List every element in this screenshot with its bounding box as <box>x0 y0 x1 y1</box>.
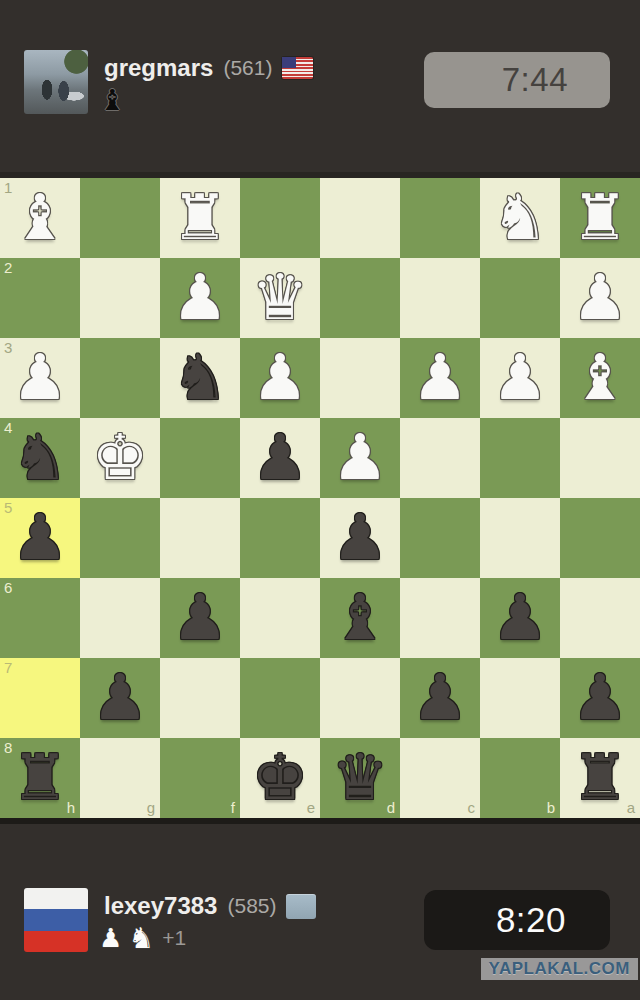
chess-board[interactable]: 1♝♜♞♜2♟♛♟3♟♞♟♟♟♝4♞♚♟♟5♟♟6♟♝♟7♟♟♟8h♜gfe♚d… <box>0 178 640 818</box>
square-a8[interactable]: a♜ <box>560 738 640 818</box>
square-h4[interactable]: 4♞ <box>0 418 80 498</box>
us-flag-icon <box>282 57 313 79</box>
captured-white-knight-icon: ♞ <box>128 924 154 953</box>
square-a5[interactable] <box>560 498 640 578</box>
square-h2[interactable]: 2 <box>0 258 80 338</box>
square-h3[interactable]: 3♟ <box>0 338 80 418</box>
square-d2[interactable] <box>320 258 400 338</box>
black-queen-d8[interactable]: ♛ <box>320 738 400 818</box>
square-e7[interactable] <box>240 658 320 738</box>
bottom-captured-pieces: ♟♞+1 <box>99 922 186 954</box>
square-d4[interactable]: ♟ <box>320 418 400 498</box>
rank-label-6: 6 <box>4 580 12 597</box>
black-bishop-d6[interactable]: ♝ <box>320 578 400 658</box>
square-c6[interactable] <box>400 578 480 658</box>
board-bottom-edge <box>0 818 640 824</box>
bottom-player-rating: (585) <box>227 894 276 918</box>
white-rook-a1[interactable]: ♜ <box>560 178 640 258</box>
square-c2[interactable] <box>400 258 480 338</box>
rank-label-2: 2 <box>4 260 12 277</box>
square-g2[interactable] <box>80 258 160 338</box>
square-b3[interactable]: ♟ <box>480 338 560 418</box>
square-b6[interactable]: ♟ <box>480 578 560 658</box>
square-f3[interactable]: ♞ <box>160 338 240 418</box>
black-pawn-g7[interactable]: ♟ <box>80 658 160 738</box>
square-h5[interactable]: 5♟ <box>0 498 80 578</box>
top-captured-pieces: ♝ <box>99 84 125 116</box>
bottom-player-name-row: lexey7383 (585) <box>104 892 316 920</box>
white-pawn-h3[interactable]: ♟ <box>0 338 80 418</box>
square-e5[interactable] <box>240 498 320 578</box>
white-king-g4[interactable]: ♚ <box>80 418 160 498</box>
square-f4[interactable] <box>160 418 240 498</box>
top-player-name-row: gregmars (561) <box>104 54 313 82</box>
black-rook-a8[interactable]: ♜ <box>560 738 640 818</box>
square-a4[interactable] <box>560 418 640 498</box>
white-pawn-f2[interactable]: ♟ <box>160 258 240 338</box>
black-knight-f3[interactable]: ♞ <box>160 338 240 418</box>
avatar-photo <box>24 50 88 114</box>
white-queen-e2[interactable]: ♛ <box>240 258 320 338</box>
square-e4[interactable]: ♟ <box>240 418 320 498</box>
bottom-player-username[interactable]: lexey7383 <box>104 892 217 920</box>
white-rook-f1[interactable]: ♜ <box>160 178 240 258</box>
square-g7[interactable]: ♟ <box>80 658 160 738</box>
square-f5[interactable] <box>160 498 240 578</box>
white-pawn-b3[interactable]: ♟ <box>480 338 560 418</box>
white-pawn-e3[interactable]: ♟ <box>240 338 320 418</box>
square-a6[interactable] <box>560 578 640 658</box>
white-pawn-d4[interactable]: ♟ <box>320 418 400 498</box>
black-pawn-b6[interactable]: ♟ <box>480 578 560 658</box>
file-label-f: f <box>231 800 235 817</box>
black-pawn-e4[interactable]: ♟ <box>240 418 320 498</box>
top-player-avatar[interactable] <box>24 50 88 114</box>
black-king-e8[interactable]: ♚ <box>240 738 320 818</box>
file-label-b: b <box>547 800 555 817</box>
top-player-block: gregmars (561) ♝ 7:44 <box>0 50 640 120</box>
square-f8[interactable]: f <box>160 738 240 818</box>
square-h7[interactable]: 7 <box>0 658 80 738</box>
square-h6[interactable]: 6 <box>0 578 80 658</box>
square-a3[interactable]: ♝ <box>560 338 640 418</box>
bottom-player-clock: 8:20 <box>424 890 610 950</box>
square-c7[interactable]: ♟ <box>400 658 480 738</box>
square-d6[interactable]: ♝ <box>320 578 400 658</box>
captured-white-pawn-icon: ♟ <box>99 925 122 951</box>
captured-black-bishop-icon: ♝ <box>99 86 125 115</box>
bottom-player-avatar[interactable] <box>24 888 88 952</box>
square-g1[interactable] <box>80 178 160 258</box>
rank-label-7: 7 <box>4 660 12 677</box>
square-f7[interactable] <box>160 658 240 738</box>
file-label-c: c <box>468 800 476 817</box>
white-knight-b1[interactable]: ♞ <box>480 178 560 258</box>
square-d7[interactable] <box>320 658 400 738</box>
black-pawn-h5[interactable]: ♟ <box>0 498 80 578</box>
watermark: YAPLAKAL.COM <box>481 958 638 980</box>
square-h8[interactable]: 8h♜ <box>0 738 80 818</box>
square-e6[interactable] <box>240 578 320 658</box>
square-e2[interactable]: ♛ <box>240 258 320 338</box>
square-h1[interactable]: 1♝ <box>0 178 80 258</box>
square-c3[interactable]: ♟ <box>400 338 480 418</box>
square-a2[interactable]: ♟ <box>560 258 640 338</box>
top-player-username[interactable]: gregmars <box>104 54 213 82</box>
square-b5[interactable] <box>480 498 560 578</box>
square-e1[interactable] <box>240 178 320 258</box>
white-bishop-a3[interactable]: ♝ <box>560 338 640 418</box>
square-g4[interactable]: ♚ <box>80 418 160 498</box>
square-g6[interactable] <box>80 578 160 658</box>
black-pawn-d5[interactable]: ♟ <box>320 498 400 578</box>
square-d1[interactable] <box>320 178 400 258</box>
file-label-g: g <box>147 800 155 817</box>
square-f6[interactable]: ♟ <box>160 578 240 658</box>
square-f1[interactable]: ♜ <box>160 178 240 258</box>
top-player-clock: 7:44 <box>424 52 610 108</box>
square-b7[interactable] <box>480 658 560 738</box>
square-c1[interactable] <box>400 178 480 258</box>
player-flair-badge <box>286 894 316 919</box>
material-advantage: +1 <box>162 926 186 950</box>
white-bishop-h1[interactable]: ♝ <box>0 178 80 258</box>
white-pawn-c3[interactable]: ♟ <box>400 338 480 418</box>
bottom-player-block: lexey7383 (585) ♟♞+1 8:20 <box>0 888 640 960</box>
square-d5[interactable]: ♟ <box>320 498 400 578</box>
square-b8[interactable]: b <box>480 738 560 818</box>
black-rook-h8[interactable]: ♜ <box>0 738 80 818</box>
black-pawn-a7[interactable]: ♟ <box>560 658 640 738</box>
square-b2[interactable] <box>480 258 560 338</box>
square-g3[interactable] <box>80 338 160 418</box>
square-g8[interactable]: g <box>80 738 160 818</box>
white-pawn-a2[interactable]: ♟ <box>560 258 640 338</box>
top-player-rating: (561) <box>223 56 272 80</box>
square-e8[interactable]: e♚ <box>240 738 320 818</box>
black-knight-h4[interactable]: ♞ <box>0 418 80 498</box>
square-g5[interactable] <box>80 498 160 578</box>
square-a1[interactable]: ♜ <box>560 178 640 258</box>
square-b1[interactable]: ♞ <box>480 178 560 258</box>
black-pawn-c7[interactable]: ♟ <box>400 658 480 738</box>
square-a7[interactable]: ♟ <box>560 658 640 738</box>
square-f2[interactable]: ♟ <box>160 258 240 338</box>
ru-flag-avatar <box>24 888 88 952</box>
square-b4[interactable] <box>480 418 560 498</box>
square-d8[interactable]: d♛ <box>320 738 400 818</box>
square-c4[interactable] <box>400 418 480 498</box>
black-pawn-f6[interactable]: ♟ <box>160 578 240 658</box>
square-d3[interactable] <box>320 338 400 418</box>
square-c8[interactable]: c <box>400 738 480 818</box>
square-e3[interactable]: ♟ <box>240 338 320 418</box>
square-c5[interactable] <box>400 498 480 578</box>
